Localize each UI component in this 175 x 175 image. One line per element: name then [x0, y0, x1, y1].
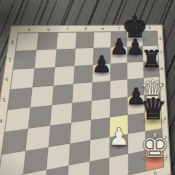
black-rook-glyph: ♜: [141, 48, 162, 72]
chess-app-stage: aabbccddeeffgghh8877665544332211 ♚♟♟♟♜♟♛…: [0, 0, 175, 175]
piece-layer: ♚♟♟♟♜♟♛♛♟♚: [0, 0, 175, 175]
black-pawn-glyph: ♟: [92, 53, 112, 76]
white-pawn-glyph: ♟: [108, 124, 130, 148]
black-queen-glyph: ♛: [140, 94, 167, 124]
white-king-glyph: ♚: [140, 129, 170, 162]
